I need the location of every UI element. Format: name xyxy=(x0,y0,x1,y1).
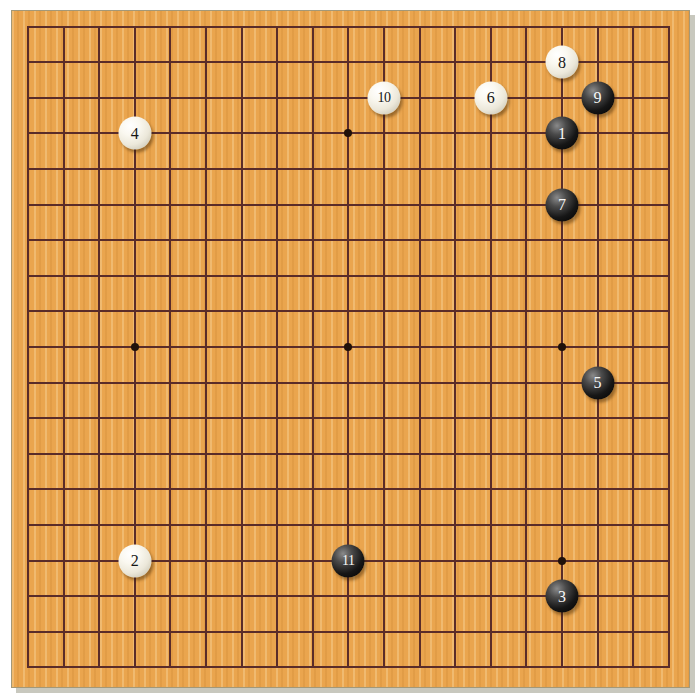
board-cell xyxy=(188,614,224,650)
board-cell xyxy=(651,614,687,650)
board-cell xyxy=(10,507,46,543)
board-cell xyxy=(117,258,153,294)
board-cell xyxy=(580,507,616,543)
board-cell xyxy=(224,614,260,650)
board-cell xyxy=(544,650,580,686)
board-cell xyxy=(295,614,331,650)
board-cell xyxy=(46,436,82,472)
board-cell xyxy=(402,472,438,508)
board-cell xyxy=(224,294,260,330)
board-cell xyxy=(615,294,651,330)
board-cell xyxy=(437,151,473,187)
board-cell xyxy=(117,9,153,45)
board-cell xyxy=(331,614,367,650)
board-cell xyxy=(580,650,616,686)
board-cell xyxy=(402,187,438,223)
board-cell xyxy=(295,151,331,187)
board-cell xyxy=(544,472,580,508)
board-cell xyxy=(615,151,651,187)
board-cell xyxy=(295,472,331,508)
board-cell xyxy=(188,543,224,579)
board-cell xyxy=(402,614,438,650)
board-cell xyxy=(651,151,687,187)
board-cell xyxy=(437,436,473,472)
board-cell xyxy=(224,365,260,401)
board-cell xyxy=(402,578,438,614)
board-cell xyxy=(153,151,189,187)
board-cell xyxy=(473,507,509,543)
board-cell xyxy=(615,44,651,80)
board-cell xyxy=(402,294,438,330)
star-point xyxy=(131,343,139,351)
board-cell xyxy=(437,472,473,508)
board-cell xyxy=(259,365,295,401)
board-cell xyxy=(580,116,616,152)
board-cell xyxy=(544,329,580,365)
board-cell xyxy=(509,400,545,436)
move-number: 9 xyxy=(594,90,602,106)
board-cell xyxy=(473,329,509,365)
board-cell xyxy=(117,578,153,614)
board-cell xyxy=(224,472,260,508)
board-cell xyxy=(295,294,331,330)
board-cell xyxy=(295,400,331,436)
white-stone: 2 xyxy=(118,544,151,577)
board-cell xyxy=(402,543,438,579)
board-cell xyxy=(117,294,153,330)
board-cell xyxy=(473,187,509,223)
board-cell xyxy=(153,80,189,116)
board-cell xyxy=(509,80,545,116)
board-cell xyxy=(10,436,46,472)
board-cell xyxy=(81,578,117,614)
board-cell: 3 xyxy=(544,578,580,614)
board-cell xyxy=(188,80,224,116)
board-cell xyxy=(402,151,438,187)
board-cell xyxy=(153,436,189,472)
board-cell xyxy=(437,614,473,650)
board-cell xyxy=(473,614,509,650)
board-cell xyxy=(46,329,82,365)
board-cell xyxy=(331,258,367,294)
board-cell xyxy=(153,329,189,365)
board-cell xyxy=(651,329,687,365)
board-cell xyxy=(544,436,580,472)
board-cell xyxy=(402,80,438,116)
board-cell xyxy=(224,650,260,686)
board-cell xyxy=(651,80,687,116)
board-cell xyxy=(224,151,260,187)
board-cell xyxy=(10,543,46,579)
board-cell xyxy=(10,222,46,258)
board-cell xyxy=(224,44,260,80)
board-cell xyxy=(10,151,46,187)
board-cell xyxy=(224,222,260,258)
board-cell xyxy=(651,365,687,401)
board-cell xyxy=(46,187,82,223)
board-cell xyxy=(437,365,473,401)
board-cell xyxy=(615,187,651,223)
board-cell xyxy=(331,578,367,614)
board-cell xyxy=(259,578,295,614)
board-cell xyxy=(46,650,82,686)
board-cell xyxy=(224,400,260,436)
board-cell xyxy=(295,365,331,401)
board-cell xyxy=(580,294,616,330)
board-cell xyxy=(117,650,153,686)
board-cell xyxy=(544,365,580,401)
board-cell xyxy=(259,507,295,543)
board-cell xyxy=(259,258,295,294)
board-cell xyxy=(10,116,46,152)
board-cell xyxy=(188,258,224,294)
board-cell xyxy=(224,507,260,543)
board-cell xyxy=(259,80,295,116)
board-cell xyxy=(544,9,580,45)
board-cell xyxy=(259,472,295,508)
board-cell xyxy=(615,329,651,365)
board-cell xyxy=(46,116,82,152)
go-diagram: 8106941752113 xyxy=(0,0,700,700)
board-cell xyxy=(544,151,580,187)
board-cell xyxy=(153,9,189,45)
board-cell xyxy=(437,543,473,579)
board-cell xyxy=(46,9,82,45)
board-cell xyxy=(580,543,616,579)
board-cell xyxy=(117,329,153,365)
board-cell xyxy=(224,80,260,116)
board-cell xyxy=(10,365,46,401)
board-cell xyxy=(615,614,651,650)
board-cell xyxy=(615,507,651,543)
board-cell: 4 xyxy=(117,116,153,152)
board-cell xyxy=(153,400,189,436)
board-cell xyxy=(153,543,189,579)
board-cell xyxy=(580,329,616,365)
move-number: 1 xyxy=(558,125,566,141)
board-cell xyxy=(188,329,224,365)
star-point xyxy=(558,557,566,565)
board-cell xyxy=(437,507,473,543)
board-cell xyxy=(473,294,509,330)
board-cell xyxy=(651,578,687,614)
board-cell xyxy=(580,400,616,436)
board-cell xyxy=(473,222,509,258)
board-cell xyxy=(153,507,189,543)
board-cell xyxy=(117,44,153,80)
board-cell xyxy=(615,578,651,614)
board-cell xyxy=(509,9,545,45)
board-cell xyxy=(473,650,509,686)
board-cell xyxy=(188,472,224,508)
board-cell xyxy=(81,329,117,365)
board-cell xyxy=(366,507,402,543)
board-cell xyxy=(153,222,189,258)
board-cell xyxy=(615,436,651,472)
board-cell xyxy=(509,543,545,579)
board-cell xyxy=(295,116,331,152)
board-cell xyxy=(117,400,153,436)
star-point xyxy=(558,343,566,351)
board-cell xyxy=(402,116,438,152)
board-cell xyxy=(651,543,687,579)
black-stone: 1 xyxy=(545,117,578,150)
board-cell xyxy=(259,9,295,45)
board-cell xyxy=(153,187,189,223)
board-cell xyxy=(259,650,295,686)
board-cell xyxy=(615,80,651,116)
board-cell xyxy=(153,472,189,508)
move-number: 8 xyxy=(558,54,566,70)
board-cell xyxy=(117,187,153,223)
board-cell xyxy=(509,151,545,187)
board-cell xyxy=(402,400,438,436)
black-stone: 7 xyxy=(545,188,578,221)
board-cell: 5 xyxy=(580,365,616,401)
white-stone: 8 xyxy=(545,46,578,79)
board-cell xyxy=(544,294,580,330)
board-cell xyxy=(46,400,82,436)
board-cell xyxy=(402,436,438,472)
board-cell xyxy=(295,507,331,543)
black-stone: 5 xyxy=(581,366,614,399)
board-cell xyxy=(366,650,402,686)
board-cell xyxy=(10,9,46,45)
board-cell xyxy=(580,578,616,614)
board-cell xyxy=(473,365,509,401)
board-cell xyxy=(188,578,224,614)
board-cell xyxy=(117,222,153,258)
board-cell xyxy=(259,222,295,258)
board-cell xyxy=(188,650,224,686)
white-stone: 4 xyxy=(118,117,151,150)
board-cell xyxy=(580,44,616,80)
board-cell xyxy=(366,578,402,614)
board-cell xyxy=(473,472,509,508)
move-number: 3 xyxy=(558,588,566,604)
board-cell xyxy=(473,543,509,579)
board-cell xyxy=(259,44,295,80)
board-cell xyxy=(437,400,473,436)
board-cell xyxy=(153,650,189,686)
board-cell xyxy=(544,80,580,116)
board-cell xyxy=(81,543,117,579)
star-point xyxy=(344,343,352,351)
go-board: 8106941752113 xyxy=(11,10,690,688)
board-cell xyxy=(331,472,367,508)
board-cell xyxy=(46,44,82,80)
board-cell xyxy=(259,187,295,223)
board-cell xyxy=(188,222,224,258)
board-cell xyxy=(10,329,46,365)
board-cell xyxy=(331,650,367,686)
board-cell xyxy=(259,329,295,365)
board-cell xyxy=(224,543,260,579)
board-cell xyxy=(331,507,367,543)
board-cell xyxy=(437,44,473,80)
move-number: 11 xyxy=(342,554,354,568)
board-cell xyxy=(188,436,224,472)
board-cell xyxy=(46,151,82,187)
board-cell xyxy=(615,650,651,686)
board-cell xyxy=(81,80,117,116)
board-cell xyxy=(509,329,545,365)
board-cell xyxy=(295,650,331,686)
board-cell xyxy=(544,543,580,579)
board-cell xyxy=(331,365,367,401)
board-cell xyxy=(366,329,402,365)
board-cell xyxy=(331,187,367,223)
board-cell xyxy=(331,400,367,436)
board-cell xyxy=(509,365,545,401)
board-cell xyxy=(259,614,295,650)
board-cell xyxy=(10,650,46,686)
board-cell xyxy=(580,151,616,187)
board-cell xyxy=(46,80,82,116)
board-cell xyxy=(153,578,189,614)
board-cell xyxy=(651,507,687,543)
board-cell xyxy=(10,187,46,223)
board-cell xyxy=(81,151,117,187)
board-cell xyxy=(295,578,331,614)
board-cell xyxy=(509,436,545,472)
board-cell xyxy=(402,329,438,365)
board-cell xyxy=(615,9,651,45)
black-stone: 9 xyxy=(581,81,614,114)
board-cell xyxy=(544,400,580,436)
board-cell: 10 xyxy=(366,80,402,116)
board-cell xyxy=(651,222,687,258)
board-cell xyxy=(366,187,402,223)
board-cell xyxy=(46,294,82,330)
board-cell xyxy=(10,258,46,294)
board-cell xyxy=(437,116,473,152)
board-cell xyxy=(437,80,473,116)
board-cell xyxy=(224,329,260,365)
board-cell xyxy=(509,578,545,614)
board-cell xyxy=(615,400,651,436)
board-cell xyxy=(331,44,367,80)
board-cell xyxy=(437,650,473,686)
board-cell xyxy=(473,436,509,472)
board-cell xyxy=(153,365,189,401)
board-cell xyxy=(295,9,331,45)
board-cell xyxy=(615,116,651,152)
board-cell xyxy=(509,222,545,258)
board-cell xyxy=(366,365,402,401)
move-number: 7 xyxy=(558,197,566,213)
move-number: 2 xyxy=(131,553,139,569)
board-cell xyxy=(81,9,117,45)
board-cell xyxy=(295,543,331,579)
move-number: 6 xyxy=(487,90,495,106)
board-cell xyxy=(544,222,580,258)
board-cell xyxy=(402,258,438,294)
black-stone: 11 xyxy=(332,544,365,577)
board-cell xyxy=(473,44,509,80)
board-cell xyxy=(224,578,260,614)
board-cell xyxy=(153,116,189,152)
board-cell xyxy=(46,543,82,579)
board-cell xyxy=(544,614,580,650)
board-cell xyxy=(402,222,438,258)
board-cell xyxy=(651,400,687,436)
board-cell xyxy=(331,9,367,45)
board-cell xyxy=(46,614,82,650)
board-cell xyxy=(615,222,651,258)
board-cell xyxy=(188,507,224,543)
board-cell xyxy=(509,187,545,223)
board-cell xyxy=(295,436,331,472)
board-cell xyxy=(331,329,367,365)
board-cell xyxy=(509,44,545,80)
board-cell xyxy=(10,614,46,650)
board-cell xyxy=(224,436,260,472)
board-cell xyxy=(81,400,117,436)
board-cell: 11 xyxy=(331,543,367,579)
board-cell xyxy=(651,116,687,152)
board-cell xyxy=(331,436,367,472)
move-number: 4 xyxy=(131,125,139,141)
board-cell xyxy=(81,294,117,330)
board-cell xyxy=(580,187,616,223)
board-cell xyxy=(295,44,331,80)
board-cell xyxy=(153,44,189,80)
board-cell xyxy=(188,294,224,330)
board-cell xyxy=(117,436,153,472)
board-cell xyxy=(615,365,651,401)
board-cell xyxy=(259,543,295,579)
board-cell xyxy=(651,44,687,80)
board-cell xyxy=(366,44,402,80)
white-stone: 6 xyxy=(474,81,507,114)
board-cell xyxy=(473,9,509,45)
board-cell xyxy=(295,222,331,258)
board-cell xyxy=(509,507,545,543)
board-cell xyxy=(224,9,260,45)
board-cell xyxy=(10,472,46,508)
board-cell xyxy=(437,578,473,614)
board-cell xyxy=(153,294,189,330)
board-cell xyxy=(10,80,46,116)
board-cell xyxy=(295,258,331,294)
board-cell xyxy=(81,187,117,223)
board-cell xyxy=(10,578,46,614)
board-cell xyxy=(366,294,402,330)
board-cell xyxy=(46,507,82,543)
board-cell xyxy=(188,187,224,223)
board-cell xyxy=(402,9,438,45)
board-cell xyxy=(224,116,260,152)
board-cell xyxy=(259,151,295,187)
board-cell xyxy=(10,400,46,436)
board-cell xyxy=(580,222,616,258)
board-cell xyxy=(615,472,651,508)
board-cell xyxy=(81,222,117,258)
star-point xyxy=(344,129,352,137)
board-cell xyxy=(366,258,402,294)
board-cell xyxy=(437,222,473,258)
board-cell xyxy=(366,543,402,579)
board-cell xyxy=(331,294,367,330)
board-cell xyxy=(117,151,153,187)
board-cell xyxy=(402,44,438,80)
board-cell xyxy=(153,614,189,650)
board-cell xyxy=(651,472,687,508)
board-cell xyxy=(331,222,367,258)
board-cell xyxy=(437,187,473,223)
board-cell xyxy=(81,44,117,80)
